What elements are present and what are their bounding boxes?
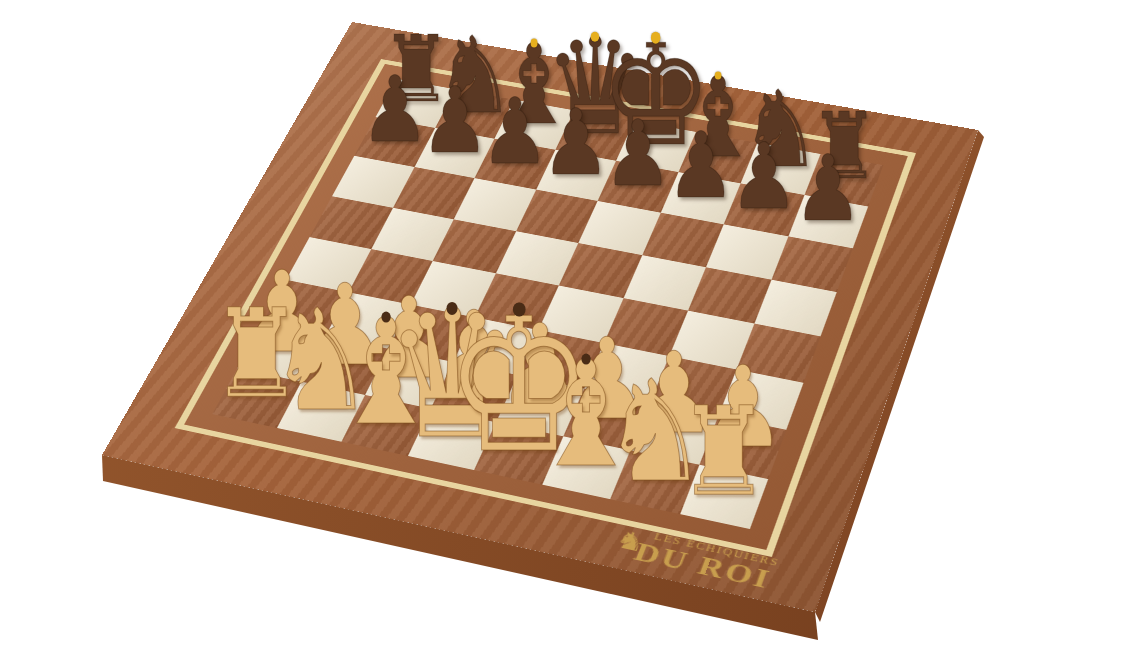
chessboard-product-photo: ♞ LES ÉCHIQUIERS DU ROI ♜♞♝♛♚♝♞♜♟♟♟♟♟♟♟♟… <box>0 0 1129 652</box>
